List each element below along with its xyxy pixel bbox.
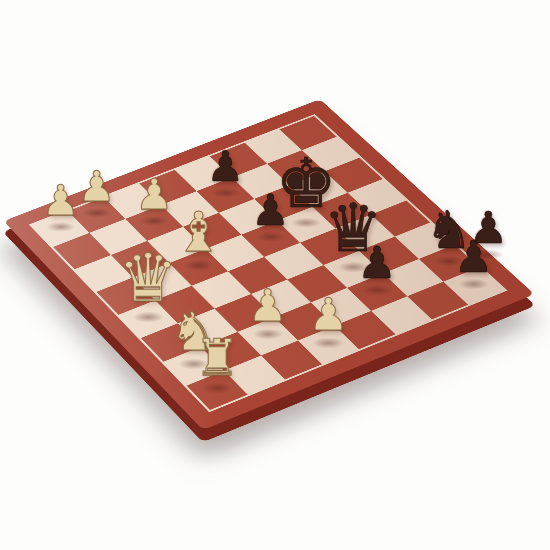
piece-black-pawn-d5: ♟ (251, 189, 289, 232)
piece-black-pawn-h8: ♟ (454, 234, 494, 278)
chess-board (29, 114, 508, 412)
piece-white-pawn-h4: ♟ (308, 293, 348, 338)
piece-white-pawn-a1: ♟ (42, 180, 80, 222)
piece-white-pawn-a2: ♟ (78, 166, 116, 208)
piece-black-pawn-g6: ♟ (357, 241, 397, 285)
piece-white-pawn-b3: ♟ (135, 174, 173, 216)
piece-white-bishop-d3: ♝ (174, 205, 223, 260)
piece-white-rook-h1: ♜ (195, 333, 240, 383)
photo-canvas: ♟♟♟♝♛♞♟♜♟♟♟♚♛♟♞♟♟ (0, 0, 550, 550)
piece-white-pawn-g3: ♟ (248, 284, 288, 329)
piece-black-pawn-b5: ♟ (206, 146, 244, 188)
